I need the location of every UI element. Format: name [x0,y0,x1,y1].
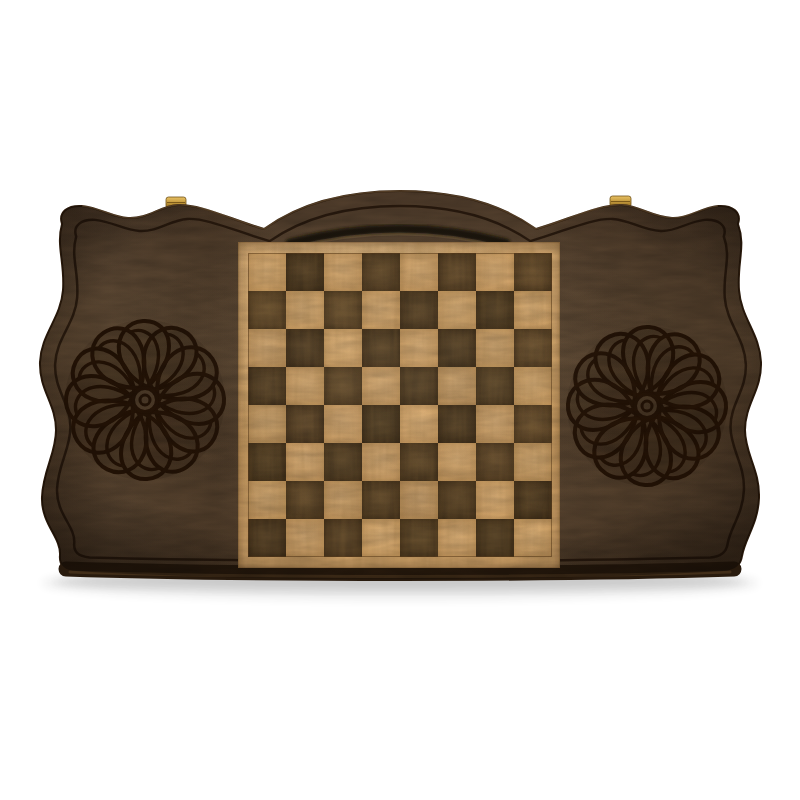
board-square [248,367,286,405]
board-square [514,481,552,519]
board-square [324,405,362,443]
board-square [438,443,476,481]
chessboard [248,253,552,557]
board-square [248,405,286,443]
board-square [514,291,552,329]
board-square [400,481,438,519]
board-square [514,253,552,291]
board-square [514,519,552,557]
board-square [286,291,324,329]
board-square [438,329,476,367]
board-square [324,329,362,367]
board-square [514,367,552,405]
board-square [362,405,400,443]
board-square [362,253,400,291]
board-square [514,329,552,367]
board-square [438,481,476,519]
board-square [438,291,476,329]
board-square [476,443,514,481]
product-photo [0,0,800,800]
board-square [362,291,400,329]
board-square [362,443,400,481]
board-square [286,367,324,405]
board-square [286,253,324,291]
board-square [476,367,514,405]
board-square [324,253,362,291]
board-square [286,405,324,443]
board-square [400,405,438,443]
board-square [324,443,362,481]
board-square [476,519,514,557]
board-square [324,481,362,519]
bottom-edge-band [66,569,734,574]
board-square [248,481,286,519]
board-square [400,291,438,329]
board-square [286,443,324,481]
board-square [476,481,514,519]
board-square [400,253,438,291]
board-square [362,367,400,405]
board-square [400,367,438,405]
board-square [286,519,324,557]
board-square [476,405,514,443]
board-square [476,329,514,367]
board-square [400,519,438,557]
board-square [362,519,400,557]
board-square [362,329,400,367]
board-square [476,291,514,329]
board-square [248,519,286,557]
board-square [248,329,286,367]
board-square [400,329,438,367]
board-square [286,329,324,367]
board-square [324,367,362,405]
board-square [438,367,476,405]
board-square [400,443,438,481]
board-square [248,253,286,291]
board-square [438,253,476,291]
board-square [248,443,286,481]
board-square [514,443,552,481]
board-square [438,405,476,443]
board-square [324,291,362,329]
board-square [438,519,476,557]
board-square [248,291,286,329]
board-square [324,519,362,557]
board-square [476,253,514,291]
board-square [514,405,552,443]
board-square [286,481,324,519]
board-square [362,481,400,519]
